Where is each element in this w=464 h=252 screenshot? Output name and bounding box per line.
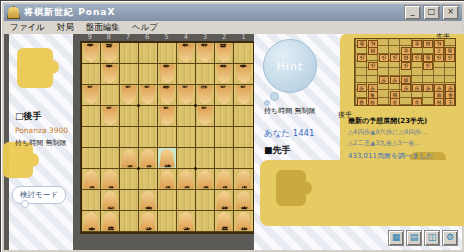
engine-name: Ponanza 3900: [15, 126, 73, 135]
board-square[interactable]: 飛車: [139, 190, 158, 211]
prediction-piece: 歩: [423, 62, 433, 70]
board-square[interactable]: 歩兵: [215, 169, 234, 190]
board-square[interactable]: 玉将: [234, 211, 253, 232]
hint-button[interactable]: Hint: [263, 39, 317, 93]
shogi-piece-gote[interactable]: 角行: [197, 86, 213, 105]
board-square[interactable]: 歩兵: [177, 85, 196, 106]
prediction-piece: 歩: [401, 84, 411, 92]
board-square[interactable]: [234, 106, 253, 127]
bottom-toolbar: ▦▤◫⚙: [388, 230, 458, 246]
board-square[interactable]: 角行: [196, 85, 215, 106]
shogi-piece-sente[interactable]: 香車: [236, 191, 252, 210]
shogi-piece-gote[interactable]: 香車: [236, 65, 252, 84]
board-square[interactable]: 桂馬: [215, 211, 234, 232]
board-square[interactable]: 歩兵: [82, 169, 101, 190]
board-column-labels: 987654321: [80, 33, 253, 41]
hint-bubble-tail: [270, 92, 279, 101]
board-square[interactable]: [82, 148, 101, 169]
prediction-piece: 歩: [401, 62, 411, 70]
sente-side-label: ■先手: [264, 144, 342, 157]
board-square[interactable]: 金将: [139, 211, 158, 232]
board-square[interactable]: [120, 106, 139, 127]
board-square[interactable]: [82, 64, 101, 85]
shogi-board: 香車桂馬金将銀将桂馬飛車金将王将香車歩兵歩兵歩兵銀将歩兵角行歩兵歩兵歩兵歩兵歩兵…: [80, 41, 255, 234]
shogi-piece-sente[interactable]: 歩兵: [140, 149, 156, 168]
shogi-piece-gote[interactable]: 歩兵: [102, 107, 118, 126]
board-square[interactable]: 金将: [177, 211, 196, 232]
board-square[interactable]: 歩兵: [120, 148, 139, 169]
board-square[interactable]: 角行: [101, 190, 120, 211]
settings-button[interactable]: ⚙: [442, 230, 458, 246]
prediction-piece: 歩: [390, 76, 400, 84]
shogi-piece-gote[interactable]: 金将: [178, 44, 194, 63]
board-square[interactable]: [196, 148, 215, 169]
board-square[interactable]: [215, 127, 234, 148]
prediction-board: 香桂金銀桂飛金王香歩歩歩銀歩角歩歩歩歩歩歩歩銀歩歩歩歩歩歩歩角飛銀香香桂金金桂玉: [354, 38, 456, 106]
prediction-piece: 桂: [434, 98, 444, 106]
prediction-line-2: △2二玉▲3九金△3一金…: [348, 139, 464, 148]
board-square[interactable]: [177, 127, 196, 148]
board-view-button[interactable]: ▦: [388, 230, 404, 246]
shogi-piece-gote[interactable]: 香車: [83, 44, 99, 63]
menu-help[interactable]: ヘルプ: [132, 22, 158, 34]
title-bar[interactable]: 将棋新世紀 PonaX _ □ ×: [4, 4, 462, 21]
shogi-piece-gote[interactable]: 歩兵: [178, 86, 194, 105]
board-square[interactable]: [139, 64, 158, 85]
prediction-piece: 歩: [445, 54, 455, 62]
board-square[interactable]: 歩兵: [234, 85, 253, 106]
board-square[interactable]: [139, 169, 158, 190]
board-square[interactable]: [177, 64, 196, 85]
board-square[interactable]: [158, 211, 177, 232]
hint-label: Hint: [277, 60, 304, 73]
board-square[interactable]: [215, 148, 234, 169]
shogi-piece-sente[interactable]: 金将: [178, 212, 194, 231]
prediction-piece: 歩: [357, 54, 367, 62]
prediction-board-area: 先手 香桂金銀桂飛金王香歩歩歩銀歩角歩歩歩歩歩歩歩銀歩歩歩歩歩歩歩角飛銀香香桂金…: [354, 38, 456, 106]
board-square[interactable]: [139, 127, 158, 148]
prediction-piece: 香: [357, 40, 367, 48]
puzzle-decoration: [276, 170, 306, 206]
board-square[interactable]: 歩兵: [120, 85, 139, 106]
board-square[interactable]: 歩兵: [234, 169, 253, 190]
shogi-piece-sente[interactable]: 歩兵: [102, 170, 118, 189]
board-square[interactable]: 歩兵: [158, 169, 177, 190]
board-square[interactable]: 歩兵: [82, 85, 101, 106]
sente-player-label: あなた 1441: [264, 128, 342, 140]
shogi-piece-sente[interactable]: 角行: [102, 191, 118, 210]
board-square[interactable]: [101, 148, 120, 169]
board-square[interactable]: 香車: [82, 211, 101, 232]
gote-side-label: □後手: [15, 110, 73, 123]
prediction-title: 最新の予想展開(23手先): [348, 116, 464, 126]
shogi-piece-sente[interactable]: 銀将: [216, 191, 232, 210]
study-mode-bubble[interactable]: 検討モード: [12, 186, 66, 204]
board-square[interactable]: [139, 43, 158, 64]
column-label: 6: [138, 33, 157, 41]
prediction-piece: 銀: [423, 40, 433, 48]
column-label: 5: [157, 33, 176, 41]
prediction-piece: 桂: [368, 98, 378, 106]
board-square[interactable]: [120, 43, 139, 64]
shogi-piece-sente[interactable]: 歩兵: [83, 170, 99, 189]
prediction-piece: 歩: [379, 54, 389, 62]
column-label: 2: [215, 33, 234, 41]
board-square[interactable]: 歩兵: [177, 169, 196, 190]
board-square[interactable]: [120, 64, 139, 85]
board-square[interactable]: [158, 127, 177, 148]
close-button[interactable]: ×: [442, 5, 459, 20]
app-window: 将棋新世紀 PonaX _ □ × ファイル 対局 盤面編集 ヘルプ □後手 P…: [0, 0, 464, 252]
column-label: 8: [99, 33, 118, 41]
shogi-piece-gote[interactable]: 歩兵: [216, 86, 232, 105]
prediction-piece: 歩: [412, 54, 422, 62]
board-square[interactable]: 桂馬: [215, 43, 234, 64]
board-square[interactable]: 香車: [234, 190, 253, 211]
shogi-piece-gote[interactable]: 歩兵: [197, 107, 213, 126]
prediction-piece: 歩: [390, 54, 400, 62]
board-square[interactable]: 金将: [158, 64, 177, 85]
shogi-piece-sente[interactable]: 飛車: [140, 191, 156, 210]
board-square[interactable]: 銀将: [158, 148, 177, 169]
prediction-piece: 金: [390, 98, 400, 106]
board-square[interactable]: [177, 190, 196, 211]
shogi-piece-gote[interactable]: 金将: [159, 65, 175, 84]
board-square[interactable]: [158, 43, 177, 64]
gote-time-label: 持ち時間 無制限: [15, 138, 73, 148]
analysis-button[interactable]: ◫: [424, 230, 440, 246]
board-square[interactable]: 王将: [215, 64, 234, 85]
board-square[interactable]: [177, 106, 196, 127]
board-square[interactable]: 歩兵: [196, 169, 215, 190]
puzzle-decoration: [17, 48, 53, 88]
board-square[interactable]: [120, 127, 139, 148]
shogi-piece-gote[interactable]: 桂馬: [102, 44, 118, 63]
menu-game[interactable]: 対局: [57, 22, 74, 34]
prediction-piece: 歩: [357, 84, 367, 92]
board-square[interactable]: 歩兵: [196, 106, 215, 127]
shogi-piece-sente[interactable]: 香車: [83, 212, 99, 231]
right-panel: Hint 持ち時間 無制限 あなた 1441 ■先手 先手 香桂金銀桂飛金王香歩…: [254, 34, 462, 250]
column-label: 9: [80, 33, 99, 41]
app-icon: [7, 6, 20, 19]
prediction-piece: 金: [412, 40, 422, 48]
board-square[interactable]: 香車: [82, 43, 101, 64]
board-square[interactable]: 金将: [177, 43, 196, 64]
prediction-piece: 歩: [434, 54, 444, 62]
shogi-piece-sente[interactable]: 歩兵: [197, 170, 213, 189]
board-square[interactable]: [82, 106, 101, 127]
column-label: 7: [118, 33, 137, 41]
board-square[interactable]: [234, 127, 253, 148]
shogi-piece-sente[interactable]: 金将: [140, 212, 156, 231]
board-square[interactable]: [234, 43, 253, 64]
client-area: □後手 Ponanza 3900 持ち時間 無制限 検討モード 98765432…: [4, 34, 462, 250]
board-square[interactable]: [139, 106, 158, 127]
menu-board-edit[interactable]: 盤面編集: [86, 22, 120, 34]
prediction-piece: 歩: [423, 84, 433, 92]
board-square[interactable]: 銀将: [215, 190, 234, 211]
board-square[interactable]: [196, 64, 215, 85]
board-square[interactable]: [215, 106, 234, 127]
shogi-piece-sente[interactable]: 歩兵: [216, 170, 232, 189]
board-square[interactable]: [158, 190, 177, 211]
board-square[interactable]: [177, 148, 196, 169]
board-square[interactable]: [120, 169, 139, 190]
prediction-node-count: 433,011局面を調べました: [348, 151, 464, 161]
shogi-piece-sente[interactable]: 歩兵: [236, 170, 252, 189]
board-square[interactable]: 歩兵: [101, 106, 120, 127]
board-square[interactable]: 歩兵: [215, 85, 234, 106]
board-square[interactable]: [196, 190, 215, 211]
prediction-piece: 玉: [445, 98, 455, 106]
record-list-button[interactable]: ▤: [406, 230, 422, 246]
shogi-piece-gote[interactable]: 歩兵: [121, 86, 137, 105]
shogi-piece-sente[interactable]: 桂馬: [102, 212, 118, 231]
board-square[interactable]: [101, 85, 120, 106]
menu-file[interactable]: ファイル: [10, 22, 45, 34]
shogi-piece-gote[interactable]: 歩兵: [140, 86, 156, 105]
shogi-piece-sente[interactable]: 玉将: [236, 212, 252, 231]
board-square[interactable]: 桂馬: [101, 43, 120, 64]
shogi-piece-sente[interactable]: 歩兵: [121, 149, 137, 168]
prediction-piece: 歩: [412, 84, 422, 92]
board-square[interactable]: [196, 127, 215, 148]
prediction-piece: 歩: [368, 62, 378, 70]
minimize-button[interactable]: _: [404, 5, 421, 20]
prediction-line-1: △4四歩▲9六歩に△9四歩…: [348, 128, 464, 137]
shogi-piece-gote[interactable]: 飛車: [102, 65, 118, 84]
gote-panel: □後手 Ponanza 3900 持ち時間 無制限 検討モード: [9, 34, 73, 250]
shogi-piece-gote[interactable]: 歩兵: [83, 86, 99, 105]
board-square[interactable]: 銀将: [196, 43, 215, 64]
window-title: 将棋新世紀 PonaX: [24, 6, 115, 19]
maximize-button[interactable]: □: [423, 5, 440, 20]
shogi-piece-gote[interactable]: 歩兵: [236, 86, 252, 105]
shogi-piece-gote[interactable]: 王将: [216, 65, 232, 84]
board-square[interactable]: 歩兵: [158, 106, 177, 127]
shogi-piece-sente[interactable]: 銀将: [159, 149, 175, 168]
shogi-piece-sente[interactable]: 歩兵: [159, 170, 175, 189]
shogi-piece-gote[interactable]: 桂馬: [216, 44, 232, 63]
board-square[interactable]: 銀将: [158, 85, 177, 106]
board-square[interactable]: [196, 211, 215, 232]
shogi-piece-sente[interactable]: 歩兵: [178, 170, 194, 189]
board-square[interactable]: 香車: [234, 64, 253, 85]
board-square[interactable]: [82, 127, 101, 148]
shogi-piece-gote[interactable]: 歩兵: [159, 107, 175, 126]
sente-info: 持ち時間 無制限 あなた 1441 ■先手: [264, 106, 342, 157]
board-square[interactable]: 桂馬: [101, 211, 120, 232]
board-square[interactable]: 歩兵: [139, 85, 158, 106]
board-square[interactable]: 歩兵: [101, 169, 120, 190]
board-square[interactable]: 飛車: [101, 64, 120, 85]
column-label: 3: [195, 33, 214, 41]
prediction-piece: 金: [412, 98, 422, 106]
sente-time-label: 持ち時間 無制限: [264, 106, 342, 116]
shogi-piece-sente[interactable]: 桂馬: [216, 212, 232, 231]
prediction-piece: 歩: [379, 76, 389, 84]
board-square[interactable]: [234, 148, 253, 169]
prediction-piece: 飛: [368, 47, 378, 55]
shogi-piece-gote[interactable]: 銀将: [197, 44, 213, 63]
prediction-panel-extension: [260, 160, 462, 226]
board-square[interactable]: 歩兵: [139, 148, 158, 169]
prediction-text-block: 最新の予想展開(23手先) △4四歩▲9六歩に△9四歩… △2二玉▲3九金△3一…: [348, 116, 464, 161]
shogi-piece-gote[interactable]: 銀将: [159, 86, 175, 105]
board-square[interactable]: [120, 211, 139, 232]
board-square[interactable]: [101, 127, 120, 148]
board-square[interactable]: [120, 190, 139, 211]
prediction-piece: 香: [357, 98, 367, 106]
column-label: 1: [234, 33, 253, 41]
board-square[interactable]: [82, 190, 101, 211]
column-label: 4: [176, 33, 195, 41]
